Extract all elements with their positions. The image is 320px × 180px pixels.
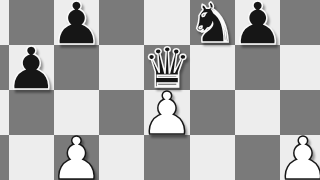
square-c3[interactable]: ♟	[54, 135, 99, 180]
square-b5[interactable]: ♟	[9, 45, 54, 90]
square-d3[interactable]	[99, 135, 144, 180]
square-e4[interactable]: ♟	[144, 90, 189, 135]
square-g3[interactable]	[235, 135, 280, 180]
square-b3[interactable]	[9, 135, 54, 180]
square-f6[interactable]: ♞	[190, 0, 235, 45]
square-d5[interactable]	[99, 45, 144, 90]
black-pawn-g6[interactable]: ♟	[231, 0, 284, 53]
white-pawn-h3[interactable]: ♟	[276, 129, 320, 180]
square-g6[interactable]: ♟	[235, 0, 280, 45]
black-pawn-c6[interactable]: ♟	[50, 0, 103, 53]
black-knight-f6[interactable]: ♞	[188, 0, 237, 51]
square-d6[interactable]	[99, 0, 144, 45]
square-h3[interactable]: ♟	[280, 135, 320, 180]
square-h5[interactable]	[280, 45, 320, 90]
square-f3[interactable]	[190, 135, 235, 180]
square-d4[interactable]	[99, 90, 144, 135]
white-pawn-c3[interactable]: ♟	[50, 129, 103, 180]
square-h6[interactable]	[280, 0, 320, 45]
white-pawn-e4[interactable]: ♟	[141, 84, 194, 143]
chessboard-viewport: ♟♞♟♟♛♟♟♟	[0, 0, 320, 180]
square-g4[interactable]	[235, 90, 280, 135]
square-a3[interactable]	[0, 135, 9, 180]
square-c6[interactable]: ♟	[54, 0, 99, 45]
black-pawn-b5[interactable]: ♟	[5, 39, 58, 98]
square-f4[interactable]	[190, 90, 235, 135]
chessboard: ♟♞♟♟♛♟♟♟	[0, 0, 320, 180]
